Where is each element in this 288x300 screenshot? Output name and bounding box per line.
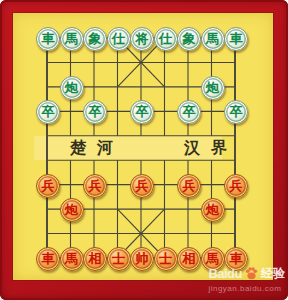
piece-red-advisor[interactable]: 士 [107,247,131,271]
xiangqi-board[interactable]: 楚河 汉界 車馬象仕将仕象馬車炮炮卒卒卒卒卒兵兵兵兵兵炮炮車馬相士帅士相馬車 [13,13,273,280]
piece-black-horse[interactable]: 馬 [201,27,225,51]
piece-black-cannon[interactable]: 炮 [60,76,84,100]
piece-black-advisor[interactable]: 仕 [107,27,131,51]
piece-red-soldier[interactable]: 兵 [83,174,107,198]
piece-red-general[interactable]: 帅 [130,247,154,271]
piece-red-chariot[interactable]: 車 [224,247,248,271]
piece-black-elephant[interactable]: 象 [83,27,107,51]
piece-black-horse[interactable]: 馬 [60,27,84,51]
piece-red-cannon[interactable]: 炮 [60,198,84,222]
piece-red-soldier[interactable]: 兵 [36,174,60,198]
watermark-url: jingyan.baidu.com [208,284,285,293]
piece-black-general[interactable]: 将 [130,27,154,51]
piece-black-chariot[interactable]: 車 [224,27,248,51]
piece-black-cannon[interactable]: 炮 [201,76,225,100]
river-label-han-jie: 汉界 [169,137,253,159]
piece-red-soldier[interactable]: 兵 [130,174,154,198]
river-label-chu-he: 楚河 [55,137,139,159]
board-frame: 楚河 汉界 車馬象仕将仕象馬車炮炮卒卒卒卒卒兵兵兵兵兵炮炮車馬相士帅士相馬車 B… [0,0,288,300]
piece-black-advisor[interactable]: 仕 [154,27,178,51]
piece-red-soldier[interactable]: 兵 [224,174,248,198]
piece-red-chariot[interactable]: 車 [36,247,60,271]
piece-red-advisor[interactable]: 士 [154,247,178,271]
piece-red-elephant[interactable]: 相 [177,247,201,271]
piece-red-soldier[interactable]: 兵 [177,174,201,198]
piece-red-horse[interactable]: 馬 [60,247,84,271]
piece-red-cannon[interactable]: 炮 [201,198,225,222]
piece-red-elephant[interactable]: 相 [83,247,107,271]
piece-black-chariot[interactable]: 車 [36,27,60,51]
piece-red-horse[interactable]: 馬 [201,247,225,271]
piece-black-elephant[interactable]: 象 [177,27,201,51]
